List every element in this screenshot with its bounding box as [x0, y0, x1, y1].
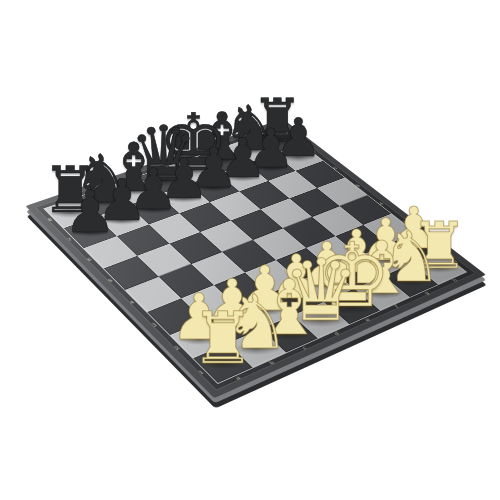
rank-label-left-4: 4 — [128, 300, 135, 305]
rank-label-left-6: 6 — [86, 257, 93, 262]
rank-label-left-3: 3 — [151, 322, 158, 327]
rank-label-left-5: 5 — [107, 278, 114, 283]
piece-black-pawn-a7[interactable]: ♟ — [61, 183, 119, 241]
product-photo-stage: a88b77c66d55e44f33g22h11 ♜♞♟♝♟♚♟♛♟♝♟♞♟♜♟… — [0, 0, 500, 500]
piece-white-rook-a1[interactable]: ♜ — [187, 303, 259, 375]
